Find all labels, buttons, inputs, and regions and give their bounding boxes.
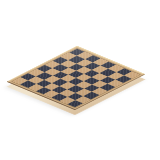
chessboard <box>7 46 145 110</box>
photo-canvas <box>0 0 160 160</box>
board-grid <box>12 49 139 108</box>
